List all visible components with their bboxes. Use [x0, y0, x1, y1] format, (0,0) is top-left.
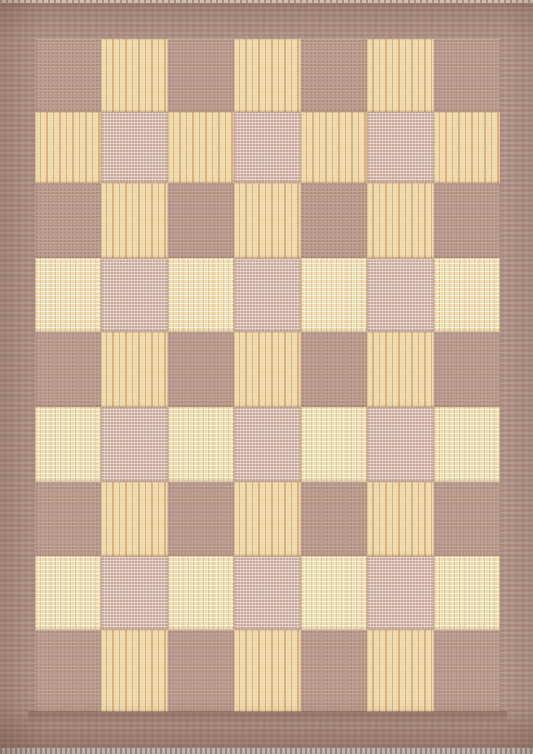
board-square-r3c2 — [101, 183, 167, 258]
board-square-r9c6 — [367, 630, 433, 712]
board-square-r7c6 — [367, 482, 433, 556]
board-square-r6c3 — [168, 407, 234, 482]
board-square-r4c7 — [434, 258, 500, 332]
board-square-r8c6 — [367, 556, 433, 630]
board-square-r4c1 — [35, 258, 101, 332]
board-square-r1c6 — [367, 39, 433, 112]
board-square-r5c7 — [434, 332, 500, 407]
board-square-r4c6 — [367, 258, 433, 332]
board-square-r5c2 — [101, 332, 167, 407]
board-square-r9c1 — [35, 630, 101, 712]
board-square-r2c1 — [35, 112, 101, 183]
board-square-r3c6 — [367, 183, 433, 258]
board-square-r7c2 — [101, 482, 167, 556]
board-square-r4c5 — [301, 258, 367, 332]
board-square-r4c2 — [101, 258, 167, 332]
board-square-r9c5 — [301, 630, 367, 712]
board-square-r5c1 — [35, 332, 101, 407]
rug-photo — [0, 0, 533, 754]
board-square-r3c3 — [168, 183, 234, 258]
board-square-r6c4 — [234, 407, 300, 482]
board-square-r9c2 — [101, 630, 167, 712]
board-square-r7c1 — [35, 482, 101, 556]
field-bottom-shadow — [28, 711, 507, 724]
board-square-r2c5 — [301, 112, 367, 183]
board-square-r6c7 — [434, 407, 500, 482]
board-square-r1c4 — [234, 39, 300, 112]
board-square-r8c2 — [101, 556, 167, 630]
board-square-r8c7 — [434, 556, 500, 630]
board-square-r5c6 — [367, 332, 433, 407]
board-square-r2c4 — [234, 112, 300, 183]
board-square-r3c7 — [434, 183, 500, 258]
board-square-r4c4 — [234, 258, 300, 332]
board-square-r6c2 — [101, 407, 167, 482]
board-square-r8c1 — [35, 556, 101, 630]
board-square-r1c7 — [434, 39, 500, 112]
board-square-r1c2 — [101, 39, 167, 112]
board-square-r3c1 — [35, 183, 101, 258]
board-square-r2c2 — [101, 112, 167, 183]
board-square-r7c4 — [234, 482, 300, 556]
board-square-r8c4 — [234, 556, 300, 630]
board-square-r2c6 — [367, 112, 433, 183]
board-square-r6c6 — [367, 407, 433, 482]
board-square-r6c5 — [301, 407, 367, 482]
board-square-r3c4 — [234, 183, 300, 258]
board-square-r5c3 — [168, 332, 234, 407]
board-square-r7c3 — [168, 482, 234, 556]
board-square-r1c5 — [301, 39, 367, 112]
rug-top-edge-fringe — [0, 0, 533, 3]
board-square-r2c3 — [168, 112, 234, 183]
board-square-r6c1 — [35, 407, 101, 482]
board-square-r1c1 — [35, 39, 101, 112]
board-square-r3c5 — [301, 183, 367, 258]
board-square-r9c7 — [434, 630, 500, 712]
rug-bottom-fringe — [0, 748, 533, 754]
board-square-r8c5 — [301, 556, 367, 630]
board-square-r8c3 — [168, 556, 234, 630]
board-square-r9c4 — [234, 630, 300, 712]
board-square-r2c7 — [434, 112, 500, 183]
checkerboard-field — [35, 39, 500, 712]
board-square-r7c5 — [301, 482, 367, 556]
board-square-r5c5 — [301, 332, 367, 407]
board-square-r1c3 — [168, 39, 234, 112]
board-square-r5c4 — [234, 332, 300, 407]
board-square-r7c7 — [434, 482, 500, 556]
board-square-r9c3 — [168, 630, 234, 712]
board-square-r4c3 — [168, 258, 234, 332]
